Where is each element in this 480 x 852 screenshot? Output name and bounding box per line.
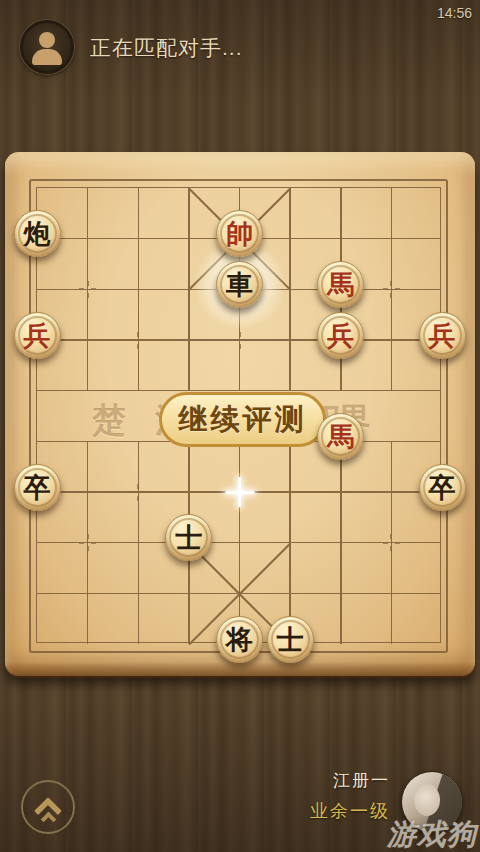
- expand-chevron-up-button[interactable]: [21, 780, 75, 834]
- piece-char: 士: [277, 626, 304, 653]
- point-marker: [332, 484, 349, 501]
- piece-char: 帥: [226, 220, 253, 247]
- piece-red-soldier[interactable]: 兵: [317, 312, 364, 359]
- piece-char: 将: [226, 626, 253, 653]
- river-text: 楚: [92, 398, 126, 444]
- piece-black-advisor[interactable]: 士: [267, 616, 314, 663]
- xiangqi-board: 楚河汉界炮帥車馬兵兵兵馬卒卒士将士 继续评测: [5, 152, 475, 676]
- piece-char: 馬: [327, 271, 354, 298]
- point-marker: [231, 332, 248, 349]
- piece-char: 兵: [24, 322, 51, 349]
- opponent-rank: 业余一级: [310, 799, 390, 823]
- clock-time: 14:56: [437, 5, 472, 21]
- point-marker: [383, 281, 400, 298]
- point-marker: [79, 281, 96, 298]
- piece-char: 兵: [429, 322, 456, 349]
- point-marker: [130, 332, 147, 349]
- sparkle-effect: [223, 475, 257, 509]
- piece-black-soldier[interactable]: 卒: [14, 464, 61, 511]
- point-marker: [130, 484, 147, 501]
- opponent-name: 江册一: [333, 769, 390, 792]
- site-watermark: 游戏狗: [387, 815, 477, 852]
- point-marker: [79, 534, 96, 551]
- piece-char: 馬: [327, 423, 354, 450]
- point-marker: [383, 534, 400, 551]
- grid-vline: [239, 441, 241, 644]
- piece-red-horse[interactable]: 馬: [317, 413, 364, 460]
- piece-char: 士: [175, 524, 202, 551]
- continue-evaluation-label: 继续评测: [179, 400, 307, 440]
- piece-black-general[interactable]: 将: [216, 616, 263, 663]
- piece-char: 車: [226, 271, 253, 298]
- piece-red-soldier[interactable]: 兵: [14, 312, 61, 359]
- piece-red-soldier[interactable]: 兵: [419, 312, 466, 359]
- piece-char: 卒: [429, 474, 456, 501]
- piece-red-horse[interactable]: 馬: [317, 261, 364, 308]
- piece-black-advisor[interactable]: 士: [165, 514, 212, 561]
- matching-status-text: 正在匹配对手...: [90, 34, 243, 62]
- grid-vline: [138, 441, 140, 644]
- person-icon-shoulders: [32, 49, 62, 65]
- piece-black-cannon[interactable]: 炮: [14, 210, 61, 257]
- continue-evaluation-button[interactable]: 继续评测: [159, 392, 326, 447]
- piece-black-soldier[interactable]: 卒: [419, 464, 466, 511]
- piece-char: 卒: [24, 474, 51, 501]
- grid-vline: [138, 188, 140, 391]
- piece-red-general[interactable]: 帥: [216, 210, 263, 257]
- person-icon: [39, 32, 55, 48]
- piece-char: 炮: [24, 220, 51, 247]
- player-avatar-placeholder[interactable]: [20, 20, 74, 74]
- piece-black-chariot[interactable]: 車: [216, 261, 263, 308]
- grid-vline: [340, 441, 342, 644]
- piece-char: 兵: [327, 322, 354, 349]
